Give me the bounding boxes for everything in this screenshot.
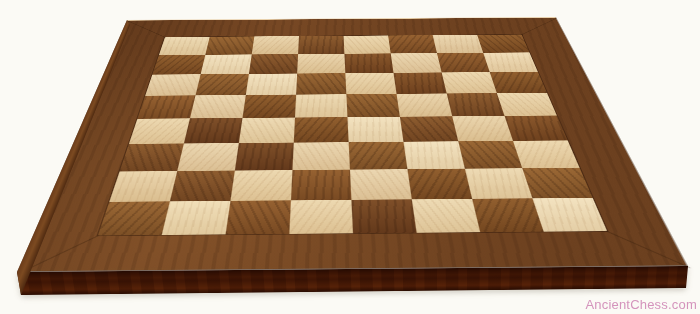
square-h1	[532, 198, 607, 232]
watermark-text: AncientChess.com	[585, 297, 697, 312]
square-b7	[201, 54, 252, 74]
square-b5	[190, 95, 246, 118]
square-a1	[98, 201, 170, 235]
square-b4	[184, 118, 243, 144]
square-f4	[400, 116, 458, 141]
square-f7	[391, 53, 442, 73]
square-g2	[465, 168, 533, 199]
square-b1	[162, 201, 231, 235]
board-border	[19, 18, 687, 272]
square-f8	[388, 35, 437, 53]
square-a7	[152, 55, 205, 75]
square-c3	[235, 143, 294, 171]
square-d4	[294, 117, 349, 142]
square-a2	[109, 171, 177, 202]
square-g1	[472, 198, 544, 232]
board-photo: AncientChess.com	[0, 0, 700, 314]
square-c4	[239, 118, 295, 143]
square-h2	[522, 168, 592, 199]
square-f6	[394, 72, 447, 93]
square-b2	[170, 171, 235, 202]
square-h8	[477, 35, 529, 53]
square-d2	[291, 170, 351, 201]
square-h7	[483, 52, 538, 72]
square-b8	[205, 36, 254, 54]
square-b6	[196, 74, 249, 95]
square-g7	[437, 53, 490, 73]
square-h5	[497, 93, 557, 116]
square-f1	[412, 199, 480, 233]
square-e4	[347, 117, 403, 142]
square-d7	[297, 54, 345, 74]
square-g4	[452, 116, 513, 141]
square-f5	[397, 93, 453, 116]
square-e3	[349, 142, 408, 170]
square-c7	[249, 54, 298, 74]
square-d6	[296, 73, 346, 94]
square-a6	[145, 74, 200, 96]
square-d1	[289, 200, 353, 234]
square-h6	[490, 72, 547, 93]
square-a3	[120, 143, 184, 171]
square-c6	[246, 74, 297, 95]
square-e2	[350, 169, 412, 200]
square-c1	[226, 200, 291, 234]
square-g3	[458, 141, 522, 169]
square-b3	[177, 143, 239, 171]
square-f2	[407, 169, 472, 200]
square-e8	[344, 35, 391, 53]
square-g8	[433, 35, 484, 53]
square-a5	[137, 95, 195, 118]
square-f3	[403, 141, 464, 169]
square-d5	[295, 94, 347, 117]
square-d3	[292, 142, 350, 170]
square-a4	[129, 118, 190, 144]
square-h3	[513, 140, 580, 168]
square-c5	[242, 95, 296, 118]
board-front-edge	[17, 266, 688, 295]
square-h4	[505, 116, 568, 141]
square-c2	[230, 170, 292, 201]
square-g5	[447, 93, 505, 116]
square-e7	[344, 53, 393, 73]
square-e5	[346, 94, 400, 117]
square-e6	[345, 73, 396, 94]
square-d8	[298, 36, 344, 54]
square-a8	[159, 37, 210, 55]
square-g6	[442, 72, 497, 93]
board-grid	[98, 35, 607, 236]
square-e1	[351, 199, 416, 233]
square-c8	[252, 36, 299, 54]
